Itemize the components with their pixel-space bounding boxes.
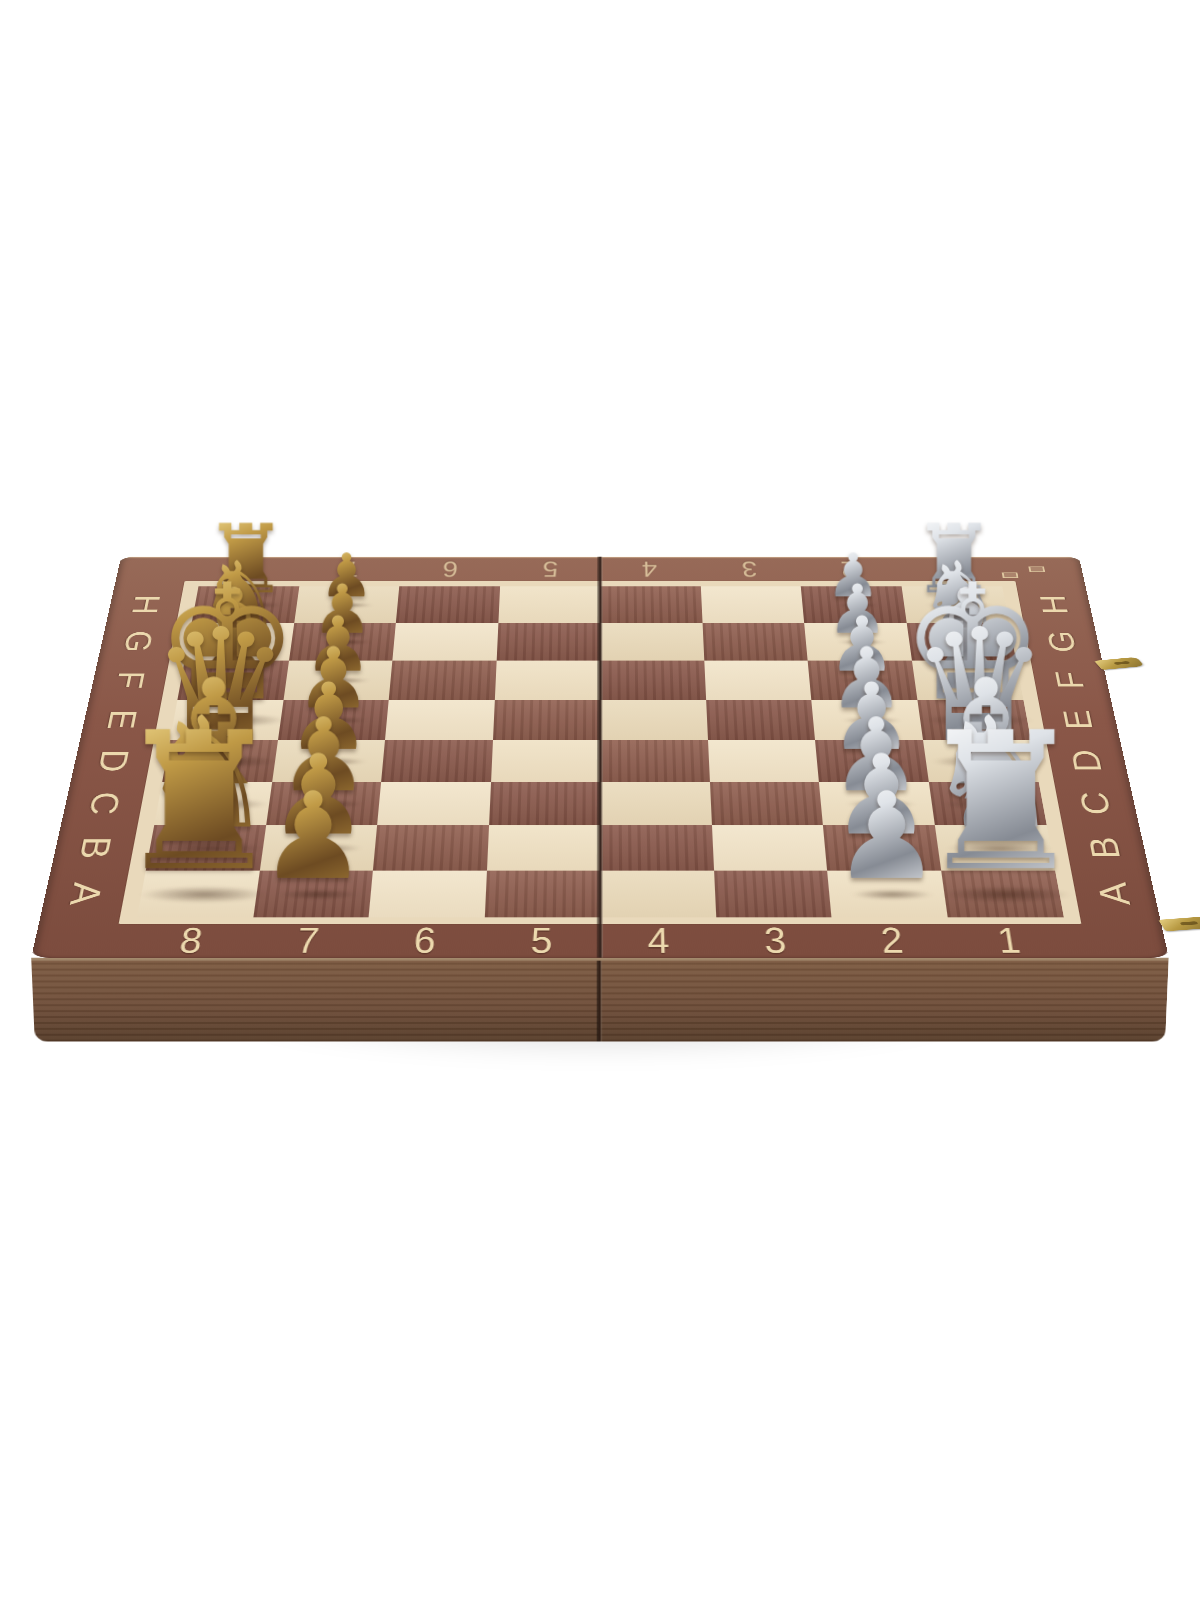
file-label-text: E xyxy=(98,710,144,730)
square-h5 xyxy=(498,586,601,623)
square-g6 xyxy=(392,623,499,661)
square-e3 xyxy=(706,700,816,741)
board-top: 87654321 87654321 HGFEDCBA HGFEDCBA ♜♞♝♛… xyxy=(31,557,1169,958)
piece-shadow xyxy=(849,844,923,854)
file-label-text: H xyxy=(123,595,167,614)
file-label-text: H xyxy=(1033,595,1077,614)
piece-glyph: ♟ xyxy=(260,779,368,893)
piece-shadow xyxy=(847,800,915,809)
piece-shadow xyxy=(943,886,1072,903)
square-e5 xyxy=(492,700,601,741)
square-h7 xyxy=(294,586,400,623)
square-h2 xyxy=(801,586,907,623)
piece-shadow xyxy=(303,758,365,766)
brass-clasp-lower xyxy=(1158,916,1200,931)
square-h1 xyxy=(901,586,1009,623)
piece-shadow xyxy=(159,842,263,856)
rank-label-text: 4 xyxy=(642,557,658,582)
square-e4 xyxy=(600,700,709,741)
square-g8 xyxy=(185,623,295,661)
piece-shadow xyxy=(169,798,267,811)
square-g3 xyxy=(702,623,809,661)
rank-label-text: 7 xyxy=(342,557,360,582)
square-f3 xyxy=(704,661,812,700)
piece-shadow xyxy=(287,844,361,854)
square-g7 xyxy=(288,623,396,661)
file-label-text: G xyxy=(115,631,160,653)
square-f6 xyxy=(389,661,497,700)
piece-glyph: ♟ xyxy=(832,742,931,847)
square-h4 xyxy=(600,586,703,623)
folding-chessboard: 87654321 87654321 HGFEDCBA HGFEDCBA ♜♞♝♛… xyxy=(31,557,1169,958)
rank-label-text: 5 xyxy=(542,557,558,582)
rank-label-text: 3 xyxy=(741,557,758,582)
square-e7 xyxy=(277,700,389,741)
square-g5 xyxy=(496,623,601,661)
piece-shadow xyxy=(845,758,907,766)
piece-glyph: ♟ xyxy=(833,779,941,893)
rank-label-text: 2 xyxy=(840,557,858,582)
square-h3 xyxy=(700,586,805,623)
piece-shadow xyxy=(852,889,933,900)
square-f8 xyxy=(177,661,289,700)
file-label-text: F xyxy=(107,671,152,689)
square-h8 xyxy=(192,586,300,623)
piece-shadow xyxy=(947,842,1051,856)
piece-shadow xyxy=(295,800,363,809)
file-label-text: E xyxy=(1056,710,1102,730)
square-h6 xyxy=(396,586,501,623)
square-e6 xyxy=(385,700,495,741)
product-photo: 87654321 87654321 HGFEDCBA HGFEDCBA ♜♞♝♛… xyxy=(0,0,1200,1600)
file-label-text: G xyxy=(1040,631,1085,653)
square-e8 xyxy=(170,700,284,741)
photo-scene: 87654321 87654321 HGFEDCBA HGFEDCBA ♜♞♝♛… xyxy=(0,0,1200,1600)
square-f7 xyxy=(283,661,393,700)
square-g4 xyxy=(600,623,705,661)
rank-label-text: 6 xyxy=(442,557,459,582)
square-f2 xyxy=(808,661,918,700)
square-e2 xyxy=(811,700,923,741)
square-g2 xyxy=(804,623,912,661)
board-side-face xyxy=(31,958,1169,1042)
square-e1 xyxy=(917,700,1031,741)
piece-glyph: ♟ xyxy=(269,742,368,847)
piece-shadow xyxy=(140,886,269,903)
square-f5 xyxy=(494,661,601,700)
side-fold-seam xyxy=(597,961,602,1042)
square-f4 xyxy=(600,661,707,700)
piece-shadow xyxy=(943,798,1042,811)
square-f1 xyxy=(911,661,1023,700)
file-label-text: F xyxy=(1048,671,1093,689)
square-g1 xyxy=(906,623,1016,661)
piece-shadow xyxy=(278,889,359,900)
